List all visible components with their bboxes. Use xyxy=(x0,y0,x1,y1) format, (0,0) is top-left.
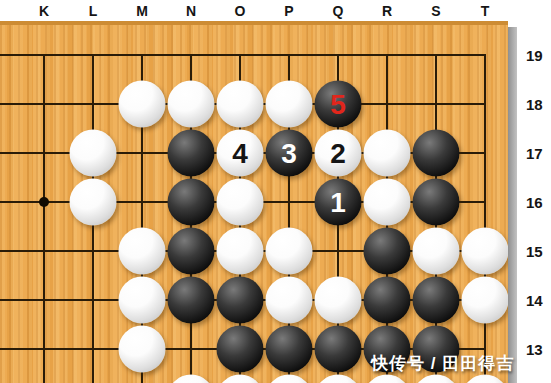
stone-black-N17 xyxy=(168,130,215,177)
stone-white-P14 xyxy=(266,277,313,324)
row-label-16: 16 xyxy=(526,194,543,211)
column-label-P: P xyxy=(284,3,293,19)
stone-white-R17 xyxy=(364,130,411,177)
board-grid-and-stones: 54321 xyxy=(0,0,551,383)
stone-white-N12 xyxy=(168,375,215,383)
grid-line-col-T xyxy=(484,54,486,383)
column-label-N: N xyxy=(186,3,196,19)
stone-black-Q13 xyxy=(315,326,362,373)
column-label-K: K xyxy=(39,3,49,19)
stone-white-O15 xyxy=(217,228,264,275)
board-edge-shadow xyxy=(508,27,517,383)
row-label-15: 15 xyxy=(526,243,543,260)
stone-white-L17 xyxy=(70,130,117,177)
column-label-T: T xyxy=(481,3,490,19)
stone-white-L16 xyxy=(70,179,117,226)
row-label-17: 17 xyxy=(526,145,543,162)
stone-white-M13 xyxy=(119,326,166,373)
stone-white-O12 xyxy=(217,375,264,383)
row-label-14: 14 xyxy=(526,292,543,309)
star-point-K16 xyxy=(39,197,49,207)
row-label-19: 19 xyxy=(526,47,543,64)
stone-black-N16 xyxy=(168,179,215,226)
stone-black-R14 xyxy=(364,277,411,324)
column-label-R: R xyxy=(382,3,392,19)
stone-black-O14 xyxy=(217,277,264,324)
stone-white-O16 xyxy=(217,179,264,226)
stone-white-S15 xyxy=(413,228,460,275)
stone-white-N18 xyxy=(168,81,215,128)
stone-white-M18 xyxy=(119,81,166,128)
row-label-18: 18 xyxy=(526,96,543,113)
stone-white-R12 xyxy=(364,375,411,383)
stone-white-P18 xyxy=(266,81,313,128)
stone-black-N15 xyxy=(168,228,215,275)
stone-white-Q12 xyxy=(315,375,362,383)
stone-white-M15 xyxy=(119,228,166,275)
stone-black-R15 xyxy=(364,228,411,275)
watermark-text: 快传号 / 田田得吉 xyxy=(371,352,514,375)
stone-white-S12 xyxy=(413,375,460,383)
column-label-M: M xyxy=(136,3,148,19)
column-label-L: L xyxy=(89,3,98,19)
grid-line-row-19 xyxy=(0,54,486,56)
stone-black-P17-move-3: 3 xyxy=(266,130,313,177)
stone-white-Q17-move-2: 2 xyxy=(315,130,362,177)
grid-line-col-K xyxy=(43,54,45,383)
stone-white-T14 xyxy=(462,277,509,324)
stone-black-S16 xyxy=(413,179,460,226)
stone-white-P15 xyxy=(266,228,313,275)
stone-black-P13 xyxy=(266,326,313,373)
stone-white-R16 xyxy=(364,179,411,226)
column-label-O: O xyxy=(235,3,246,19)
column-label-Q: Q xyxy=(333,3,344,19)
stone-white-P12 xyxy=(266,375,313,383)
stone-white-O18 xyxy=(217,81,264,128)
go-diagram: 54321 快传号 / 田田得吉 KLMNOPQRST1918171615141… xyxy=(0,0,551,383)
column-label-S: S xyxy=(431,3,440,19)
stone-white-T15 xyxy=(462,228,509,275)
stone-white-M14 xyxy=(119,277,166,324)
stone-white-T12 xyxy=(462,375,509,383)
stone-black-N14 xyxy=(168,277,215,324)
stone-black-Q18-move-5: 5 xyxy=(315,81,362,128)
stone-black-S17 xyxy=(413,130,460,177)
stone-white-Q14 xyxy=(315,277,362,324)
stone-black-S14 xyxy=(413,277,460,324)
stone-black-Q16-move-1: 1 xyxy=(315,179,362,226)
stone-black-O13 xyxy=(217,326,264,373)
stone-white-O17-move-4: 4 xyxy=(217,130,264,177)
row-label-13: 13 xyxy=(526,341,543,358)
